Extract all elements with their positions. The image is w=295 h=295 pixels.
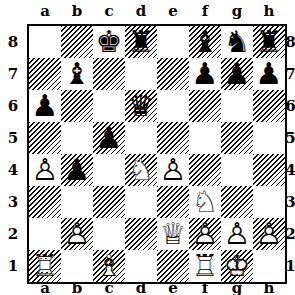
square-f7[interactable]: ♟ bbox=[189, 58, 221, 90]
square-c3[interactable] bbox=[93, 186, 125, 218]
rank-labels-right: 87654321 bbox=[286, 26, 295, 282]
square-e3[interactable] bbox=[157, 186, 189, 218]
file-label-b-top: b bbox=[61, 0, 93, 22]
rank-label-4-left: 4 bbox=[0, 154, 26, 186]
square-g1[interactable]: ♚♔ bbox=[221, 250, 253, 282]
square-b6[interactable] bbox=[61, 90, 93, 122]
square-c2[interactable] bbox=[93, 218, 125, 250]
square-e6[interactable] bbox=[157, 90, 189, 122]
square-e7[interactable] bbox=[157, 58, 189, 90]
square-f2[interactable]: ♟♙ bbox=[189, 218, 221, 250]
white-pawn[interactable]: ♟♙ bbox=[157, 154, 189, 186]
square-d6[interactable]: ♛ bbox=[125, 90, 157, 122]
square-a2[interactable] bbox=[29, 218, 61, 250]
black-rook[interactable]: ♜ bbox=[125, 26, 157, 58]
square-h2[interactable]: ♟♙ bbox=[253, 218, 285, 250]
white-pawn[interactable]: ♟♙ bbox=[189, 218, 221, 250]
square-c8[interactable]: ♚ bbox=[93, 26, 125, 58]
white-rook[interactable]: ♜♖ bbox=[189, 250, 221, 282]
square-g8[interactable]: ♞ bbox=[221, 26, 253, 58]
black-pawn[interactable]: ♟ bbox=[29, 90, 61, 122]
square-c5[interactable]: ♟ bbox=[93, 122, 125, 154]
square-g7[interactable]: ♟ bbox=[221, 58, 253, 90]
square-g4[interactable] bbox=[221, 154, 253, 186]
white-pawn[interactable]: ♟♙ bbox=[253, 218, 285, 250]
white-piece-outline: ♗ bbox=[93, 250, 125, 282]
rank-label-2-right: 2 bbox=[286, 218, 295, 250]
square-d3[interactable] bbox=[125, 186, 157, 218]
square-e8[interactable] bbox=[157, 26, 189, 58]
square-h1[interactable] bbox=[253, 250, 285, 282]
square-a4[interactable]: ♟♙ bbox=[29, 154, 61, 186]
square-f3[interactable]: ♞♘ bbox=[189, 186, 221, 218]
square-b8[interactable] bbox=[61, 26, 93, 58]
black-knight[interactable]: ♞ bbox=[221, 26, 253, 58]
square-f1[interactable]: ♜♖ bbox=[189, 250, 221, 282]
rank-label-7-right: 7 bbox=[286, 58, 295, 90]
square-d7[interactable] bbox=[125, 58, 157, 90]
rank-label-5-left: 5 bbox=[0, 122, 26, 154]
square-f8[interactable]: ♝ bbox=[189, 26, 221, 58]
rank-label-3-left: 3 bbox=[0, 186, 26, 218]
rank-label-8-right: 8 bbox=[286, 26, 295, 58]
file-label-f-top: f bbox=[189, 0, 221, 22]
white-knight[interactable]: ♞♘ bbox=[189, 186, 221, 218]
square-c7[interactable] bbox=[93, 58, 125, 90]
square-d4[interactable]: ♞♘ bbox=[125, 154, 157, 186]
square-b4[interactable]: ♟ bbox=[61, 154, 93, 186]
square-b3[interactable] bbox=[61, 186, 93, 218]
square-e5[interactable] bbox=[157, 122, 189, 154]
chess-board: ♚♜♝♞♜♝♟♟♟♟♛♟♟♙♟♞♘♟♙♞♘♟♙♛♕♟♙♟♙♟♙♜♖♝♗♜♖♚♔ bbox=[27, 24, 287, 284]
square-a7[interactable] bbox=[29, 58, 61, 90]
square-b5[interactable] bbox=[61, 122, 93, 154]
square-g2[interactable]: ♟♙ bbox=[221, 218, 253, 250]
black-king[interactable]: ♚ bbox=[93, 26, 125, 58]
square-d8[interactable]: ♜ bbox=[125, 26, 157, 58]
white-piece-outline: ♔ bbox=[221, 250, 253, 282]
square-a6[interactable]: ♟ bbox=[29, 90, 61, 122]
file-labels-top: abcdefgh bbox=[29, 0, 285, 22]
white-piece-outline: ♙ bbox=[189, 218, 221, 250]
white-queen[interactable]: ♛♕ bbox=[157, 218, 189, 250]
square-c6[interactable] bbox=[93, 90, 125, 122]
square-e1[interactable] bbox=[157, 250, 189, 282]
square-c1[interactable]: ♝♗ bbox=[93, 250, 125, 282]
chess-diagram: abcdefgh abcdefgh 87654321 87654321 ♚♜♝♞… bbox=[0, 0, 295, 295]
white-piece-outline: ♙ bbox=[157, 154, 189, 186]
black-rook[interactable]: ♜ bbox=[253, 26, 285, 58]
square-h4[interactable] bbox=[253, 154, 285, 186]
black-pawn[interactable]: ♟ bbox=[189, 58, 221, 90]
square-d5[interactable] bbox=[125, 122, 157, 154]
rank-label-4-right: 4 bbox=[286, 154, 295, 186]
square-h7[interactable]: ♟ bbox=[253, 58, 285, 90]
square-h3[interactable] bbox=[253, 186, 285, 218]
white-piece-outline: ♙ bbox=[253, 218, 285, 250]
white-piece-outline: ♘ bbox=[189, 186, 221, 218]
square-h5[interactable] bbox=[253, 122, 285, 154]
rank-label-6-right: 6 bbox=[286, 90, 295, 122]
square-e4[interactable]: ♟♙ bbox=[157, 154, 189, 186]
square-a8[interactable] bbox=[29, 26, 61, 58]
white-piece-outline: ♘ bbox=[125, 154, 157, 186]
white-king[interactable]: ♚♔ bbox=[221, 250, 253, 282]
square-e2[interactable]: ♛♕ bbox=[157, 218, 189, 250]
white-bishop[interactable]: ♝♗ bbox=[93, 250, 125, 282]
square-a1[interactable]: ♜♖ bbox=[29, 250, 61, 282]
black-pawn[interactable]: ♟ bbox=[221, 58, 253, 90]
square-a5[interactable] bbox=[29, 122, 61, 154]
white-pawn[interactable]: ♟♙ bbox=[61, 218, 93, 250]
file-label-h-top: h bbox=[253, 0, 285, 22]
black-pawn[interactable]: ♟ bbox=[253, 58, 285, 90]
white-piece-outline: ♖ bbox=[189, 250, 221, 282]
file-label-d-top: d bbox=[125, 0, 157, 22]
black-pawn[interactable]: ♟ bbox=[93, 122, 125, 154]
square-f4[interactable] bbox=[189, 154, 221, 186]
square-h8[interactable]: ♜ bbox=[253, 26, 285, 58]
rank-label-3-right: 3 bbox=[286, 186, 295, 218]
file-label-a-top: a bbox=[29, 0, 61, 22]
white-knight[interactable]: ♞♘ bbox=[125, 154, 157, 186]
square-h6[interactable] bbox=[253, 90, 285, 122]
file-label-g-top: g bbox=[221, 0, 253, 22]
rank-label-5-right: 5 bbox=[286, 122, 295, 154]
rank-label-1-left: 1 bbox=[0, 250, 26, 282]
square-f6[interactable] bbox=[189, 90, 221, 122]
square-g6[interactable] bbox=[221, 90, 253, 122]
white-piece-outline: ♙ bbox=[61, 218, 93, 250]
square-f5[interactable] bbox=[189, 122, 221, 154]
black-queen[interactable]: ♛ bbox=[125, 90, 157, 122]
rank-label-6-left: 6 bbox=[0, 90, 26, 122]
square-b2[interactable]: ♟♙ bbox=[61, 218, 93, 250]
file-label-c-top: c bbox=[93, 0, 125, 22]
white-piece-outline: ♖ bbox=[29, 250, 61, 282]
white-piece-outline: ♙ bbox=[221, 218, 253, 250]
square-d1[interactable] bbox=[125, 250, 157, 282]
black-pawn[interactable]: ♟ bbox=[61, 154, 93, 186]
white-piece-outline: ♙ bbox=[29, 154, 61, 186]
black-bishop[interactable]: ♝ bbox=[189, 26, 221, 58]
white-rook[interactable]: ♜♖ bbox=[29, 250, 61, 282]
black-bishop[interactable]: ♝ bbox=[61, 58, 93, 90]
square-b1[interactable] bbox=[61, 250, 93, 282]
rank-labels-left: 87654321 bbox=[0, 26, 26, 282]
square-b7[interactable]: ♝ bbox=[61, 58, 93, 90]
white-pawn[interactable]: ♟♙ bbox=[29, 154, 61, 186]
file-label-e-top: e bbox=[157, 0, 189, 22]
square-a3[interactable] bbox=[29, 186, 61, 218]
white-pawn[interactable]: ♟♙ bbox=[221, 218, 253, 250]
square-d2[interactable] bbox=[125, 218, 157, 250]
rank-label-7-left: 7 bbox=[0, 58, 26, 90]
white-piece-outline: ♕ bbox=[157, 218, 189, 250]
square-c4[interactable] bbox=[93, 154, 125, 186]
rank-label-1-right: 1 bbox=[286, 250, 295, 282]
square-g5[interactable] bbox=[221, 122, 253, 154]
rank-label-2-left: 2 bbox=[0, 218, 26, 250]
square-g3[interactable] bbox=[221, 186, 253, 218]
rank-label-8-left: 8 bbox=[0, 26, 26, 58]
